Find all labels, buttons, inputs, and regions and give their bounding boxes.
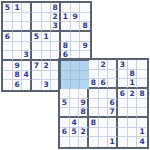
cell-r8c1[interactable]: [3, 71, 13, 81]
cell-r2c9[interactable]: [137, 70, 147, 80]
cell-r1c3[interactable]: [22, 3, 32, 13]
cell-r1c4[interactable]: [89, 60, 99, 70]
cell-r5c5[interactable]: [42, 42, 52, 52]
cell-r4c7[interactable]: 6: [118, 89, 128, 99]
cell-r1c8[interactable]: [71, 3, 81, 13]
cell-r3c9[interactable]: [137, 79, 147, 89]
cell-r7c9[interactable]: [137, 118, 147, 128]
cell-r9c5[interactable]: 3: [42, 80, 52, 90]
cell-r5c1[interactable]: [3, 42, 13, 52]
cell-r6c5[interactable]: [42, 51, 52, 61]
cell-r7c3[interactable]: [22, 61, 32, 71]
sudoku-grid-bottom-right: 2388616285968748652114: [58, 58, 149, 149]
cell-r1c1[interactable]: 5: [3, 3, 13, 13]
cell-r2c8[interactable]: 8: [128, 70, 138, 80]
cell-r5c8[interactable]: [71, 42, 81, 52]
cell-r1c9[interactable]: [80, 3, 90, 13]
cell-r4c7[interactable]: [61, 32, 71, 42]
cell-r8c2[interactable]: 8: [13, 71, 23, 81]
cell-r5c7[interactable]: [118, 99, 128, 109]
cell-r5c2[interactable]: [13, 42, 23, 52]
cell-r1c8[interactable]: [128, 60, 138, 70]
cell-r6c7[interactable]: [118, 108, 128, 118]
cell-r1c6[interactable]: [108, 60, 118, 70]
cell-r7c4[interactable]: 7: [32, 61, 42, 71]
cell-r3c1[interactable]: [3, 22, 13, 32]
cell-r9c2[interactable]: [70, 137, 80, 147]
cell-r6c2[interactable]: [13, 51, 23, 61]
cell-r1c7[interactable]: 3: [118, 60, 128, 70]
cell-r1c9[interactable]: [137, 60, 147, 70]
cell-r2c3[interactable]: [22, 13, 32, 23]
cell-r5c6[interactable]: [51, 42, 61, 52]
cell-r3c9[interactable]: 8: [80, 22, 90, 32]
cell-r4c3[interactable]: [79, 89, 89, 99]
cell-r3c1[interactable]: [60, 79, 70, 89]
cell-r3c4[interactable]: 8: [89, 79, 99, 89]
cell-r4c6[interactable]: [108, 89, 118, 99]
cell-r6c5[interactable]: [99, 108, 109, 118]
cell-r1c1[interactable]: [60, 60, 70, 70]
cell-r8c4[interactable]: [89, 128, 99, 138]
cell-r7c2[interactable]: 4: [70, 118, 80, 128]
cell-r6c4[interactable]: [32, 51, 42, 61]
cell-r7c5[interactable]: [99, 118, 109, 128]
cell-r8c3[interactable]: 2: [79, 128, 89, 138]
cell-r8c6[interactable]: [108, 128, 118, 138]
cell-r5c9[interactable]: 9: [80, 42, 90, 52]
cell-r9c6[interactable]: 1: [108, 137, 118, 147]
cell-r8c7[interactable]: [118, 128, 128, 138]
cell-r3c6[interactable]: [108, 79, 118, 89]
cell-r3c7[interactable]: [61, 22, 71, 32]
cell-r9c1[interactable]: [3, 80, 13, 90]
cell-r5c8[interactable]: [128, 99, 138, 109]
cell-r2c2[interactable]: [70, 70, 80, 80]
cell-r1c2[interactable]: [70, 60, 80, 70]
cell-r6c9[interactable]: [137, 108, 147, 118]
cell-r4c4[interactable]: 5: [32, 32, 42, 42]
cell-r6c1[interactable]: [3, 51, 13, 61]
cell-r2c9[interactable]: [80, 13, 90, 23]
cell-r7c5[interactable]: 2: [42, 61, 52, 71]
cell-r5c4[interactable]: [89, 99, 99, 109]
cell-r8c5[interactable]: [42, 71, 52, 81]
cell-r9c1[interactable]: [60, 137, 70, 147]
cell-r2c6[interactable]: 2: [51, 13, 61, 23]
cell-r7c3[interactable]: [79, 118, 89, 128]
cell-r7c2[interactable]: 9: [13, 61, 23, 71]
cell-r7c7[interactable]: [118, 118, 128, 128]
cell-r2c1[interactable]: [3, 13, 13, 23]
cell-r4c8[interactable]: [71, 32, 81, 42]
cell-r6c8[interactable]: [128, 108, 138, 118]
cell-r6c3[interactable]: 3: [22, 51, 32, 61]
cell-r2c7[interactable]: [118, 70, 128, 80]
cell-r1c2[interactable]: 1: [13, 3, 23, 13]
cell-r3c6[interactable]: 3: [51, 22, 61, 32]
cell-r3c7[interactable]: [118, 79, 128, 89]
cell-r2c5[interactable]: [99, 70, 109, 80]
cell-r2c7[interactable]: 1: [61, 13, 71, 23]
cell-r8c8[interactable]: [128, 128, 138, 138]
cell-r4c5[interactable]: 1: [42, 32, 52, 42]
cell-r2c1[interactable]: [60, 70, 70, 80]
cell-r9c7[interactable]: [118, 137, 128, 147]
cell-r3c8[interactable]: [71, 22, 81, 32]
cell-r3c3[interactable]: [22, 22, 32, 32]
cell-r4c2[interactable]: [13, 32, 23, 42]
cell-r2c5[interactable]: [42, 13, 52, 23]
cell-r2c4[interactable]: [32, 13, 42, 23]
cell-r4c1[interactable]: [60, 89, 70, 99]
cell-r8c4[interactable]: [32, 71, 42, 81]
cell-r3c5[interactable]: [42, 22, 52, 32]
cell-r4c9[interactable]: [80, 32, 90, 42]
cell-r6c3[interactable]: 8: [79, 108, 89, 118]
cell-r1c5[interactable]: 2: [99, 60, 109, 70]
cell-r7c1[interactable]: [3, 61, 13, 71]
cell-r5c3[interactable]: [22, 42, 32, 52]
cell-r6c1[interactable]: [60, 108, 70, 118]
cell-r5c7[interactable]: 8: [61, 42, 71, 52]
cell-r2c6[interactable]: [108, 70, 118, 80]
cell-r3c5[interactable]: 6: [99, 79, 109, 89]
cell-r5c5[interactable]: [99, 99, 109, 109]
cell-r2c8[interactable]: 9: [71, 13, 81, 23]
cell-r4c4[interactable]: [89, 89, 99, 99]
cell-r8c9[interactable]: 1: [137, 128, 147, 138]
cell-r3c2[interactable]: [13, 22, 23, 32]
cell-r8c1[interactable]: 6: [60, 128, 70, 138]
cell-r4c8[interactable]: 2: [128, 89, 138, 99]
cell-r5c6[interactable]: 6: [108, 99, 118, 109]
cell-r4c1[interactable]: 6: [3, 32, 13, 42]
cell-r6c4[interactable]: [89, 108, 99, 118]
cell-r9c8[interactable]: [128, 137, 138, 147]
cell-r9c3[interactable]: [22, 80, 32, 90]
cell-r7c1[interactable]: [60, 118, 70, 128]
cell-r5c1[interactable]: 5: [60, 99, 70, 109]
cell-r9c4[interactable]: [89, 137, 99, 147]
cell-r4c6[interactable]: [51, 32, 61, 42]
cell-r3c4[interactable]: [32, 22, 42, 32]
cell-r3c3[interactable]: [79, 79, 89, 89]
cell-r5c9[interactable]: [137, 99, 147, 109]
cell-r6c2[interactable]: [70, 108, 80, 118]
cell-r7c4[interactable]: 8: [89, 118, 99, 128]
cell-r5c2[interactable]: [70, 99, 80, 109]
cell-r9c9[interactable]: 4: [137, 137, 147, 147]
cell-r4c9[interactable]: 8: [137, 89, 147, 99]
cell-r1c4[interactable]: [32, 3, 42, 13]
cell-r5c3[interactable]: 9: [79, 99, 89, 109]
cell-r1c7[interactable]: [61, 3, 71, 13]
cell-r1c6[interactable]: 8: [51, 3, 61, 13]
cell-r3c8[interactable]: 1: [128, 79, 138, 89]
cell-r2c4[interactable]: [89, 70, 99, 80]
cell-r7c6[interactable]: [108, 118, 118, 128]
cell-r9c3[interactable]: [79, 137, 89, 147]
cell-r8c3[interactable]: 4: [22, 71, 32, 81]
cell-r1c5[interactable]: [42, 3, 52, 13]
cell-r4c2[interactable]: [70, 89, 80, 99]
cell-r5c4[interactable]: [32, 42, 42, 52]
cell-r7c8[interactable]: [128, 118, 138, 128]
cell-r1c3[interactable]: [79, 60, 89, 70]
cell-r2c3[interactable]: [79, 70, 89, 80]
cell-r4c3[interactable]: [22, 32, 32, 42]
cell-r4c5[interactable]: [99, 89, 109, 99]
cell-r9c2[interactable]: 6: [13, 80, 23, 90]
cell-r3c2[interactable]: [70, 79, 80, 89]
cell-r9c5[interactable]: [99, 137, 109, 147]
cell-r6c6[interactable]: 7: [108, 108, 118, 118]
puzzle-canvas: 5182193865189369728463 23886162859687486…: [0, 0, 150, 150]
cell-r8c5[interactable]: [99, 128, 109, 138]
cell-r8c2[interactable]: 5: [70, 128, 80, 138]
cell-r2c2[interactable]: [13, 13, 23, 23]
cell-r9c4[interactable]: [32, 80, 42, 90]
